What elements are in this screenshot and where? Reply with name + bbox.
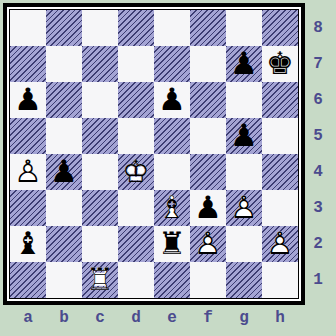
- piece-fill: ♟: [154, 82, 190, 118]
- square-c8[interactable]: [82, 10, 118, 46]
- square-g4[interactable]: [226, 154, 262, 190]
- square-d4[interactable]: ♚♔: [118, 154, 154, 190]
- square-e6[interactable]: ♟: [154, 82, 190, 118]
- square-a1[interactable]: [10, 262, 46, 298]
- piece-outline: ♙: [10, 154, 46, 190]
- square-h2[interactable]: ♟♙: [262, 226, 298, 262]
- white-pawn-piece[interactable]: ♟♙: [226, 190, 262, 226]
- piece-fill: ♟: [226, 46, 262, 82]
- square-g2[interactable]: [226, 226, 262, 262]
- square-c2[interactable]: [82, 226, 118, 262]
- square-b3[interactable]: [46, 190, 82, 226]
- square-b6[interactable]: [46, 82, 82, 118]
- piece-fill: ♟: [46, 154, 82, 190]
- square-a3[interactable]: [10, 190, 46, 226]
- file-label-h: h: [262, 306, 298, 330]
- rank-label-5: 5: [305, 118, 331, 154]
- square-e5[interactable]: [154, 118, 190, 154]
- square-a5[interactable]: [10, 118, 46, 154]
- square-g5[interactable]: ♟: [226, 118, 262, 154]
- square-d5[interactable]: [118, 118, 154, 154]
- square-f2[interactable]: ♟♙: [190, 226, 226, 262]
- white-rook-piece[interactable]: ♜♖: [82, 262, 118, 298]
- piece-fill: ♝: [10, 226, 46, 262]
- rank-label-6: 6: [305, 82, 331, 118]
- file-label-f: f: [190, 306, 226, 330]
- chess-board: ♟♚♟♟♟♟♙♟♚♔♝♗♟♟♙♝♜♟♙♟♙♜♖: [9, 9, 299, 299]
- white-pawn-piece[interactable]: ♟♙: [10, 154, 46, 190]
- chess-board-frame: ♟♚♟♟♟♟♙♟♚♔♝♗♟♟♙♝♜♟♙♟♙♜♖: [3, 3, 305, 305]
- square-f8[interactable]: [190, 10, 226, 46]
- square-a6[interactable]: ♟: [10, 82, 46, 118]
- square-f5[interactable]: [190, 118, 226, 154]
- square-f4[interactable]: [190, 154, 226, 190]
- square-e8[interactable]: [154, 10, 190, 46]
- square-a2[interactable]: ♝: [10, 226, 46, 262]
- rank-label-4: 4: [305, 154, 331, 190]
- black-pawn-piece[interactable]: ♟: [46, 154, 82, 190]
- chess-diagram-page: ♟♚♟♟♟♟♙♟♚♔♝♗♟♟♙♝♜♟♙♟♙♜♖ abcdefgh 8765432…: [0, 0, 336, 336]
- rank-label-7: 7: [305, 46, 331, 82]
- square-h7[interactable]: ♚: [262, 46, 298, 82]
- square-g7[interactable]: ♟: [226, 46, 262, 82]
- piece-outline: ♙: [262, 226, 298, 262]
- black-pawn-piece[interactable]: ♟: [226, 46, 262, 82]
- square-g3[interactable]: ♟♙: [226, 190, 262, 226]
- square-h8[interactable]: [262, 10, 298, 46]
- square-c4[interactable]: [82, 154, 118, 190]
- square-e7[interactable]: [154, 46, 190, 82]
- file-label-b: b: [46, 306, 82, 330]
- square-a8[interactable]: [10, 10, 46, 46]
- square-c1[interactable]: ♜♖: [82, 262, 118, 298]
- piece-outline: ♖: [82, 262, 118, 298]
- square-a4[interactable]: ♟♙: [10, 154, 46, 190]
- square-d6[interactable]: [118, 82, 154, 118]
- square-f6[interactable]: [190, 82, 226, 118]
- white-pawn-piece[interactable]: ♟♙: [262, 226, 298, 262]
- piece-fill: ♚: [262, 46, 298, 82]
- black-pawn-piece[interactable]: ♟: [190, 190, 226, 226]
- file-label-a: a: [10, 306, 46, 330]
- square-h5[interactable]: [262, 118, 298, 154]
- square-b4[interactable]: ♟: [46, 154, 82, 190]
- piece-outline: ♙: [190, 226, 226, 262]
- square-e3[interactable]: ♝♗: [154, 190, 190, 226]
- file-labels-row: abcdefgh: [10, 306, 298, 330]
- square-d3[interactable]: [118, 190, 154, 226]
- square-f7[interactable]: [190, 46, 226, 82]
- square-b5[interactable]: [46, 118, 82, 154]
- square-e1[interactable]: [154, 262, 190, 298]
- white-pawn-piece[interactable]: ♟♙: [190, 226, 226, 262]
- square-a7[interactable]: [10, 46, 46, 82]
- square-f1[interactable]: [190, 262, 226, 298]
- rank-label-3: 3: [305, 190, 331, 226]
- black-pawn-piece[interactable]: ♟: [154, 82, 190, 118]
- piece-fill: ♟: [226, 118, 262, 154]
- square-c6[interactable]: [82, 82, 118, 118]
- square-b7[interactable]: [46, 46, 82, 82]
- piece-fill: ♟: [10, 82, 46, 118]
- square-b1[interactable]: [46, 262, 82, 298]
- square-d8[interactable]: [118, 10, 154, 46]
- square-d7[interactable]: [118, 46, 154, 82]
- square-c5[interactable]: [82, 118, 118, 154]
- black-king-piece[interactable]: ♚: [262, 46, 298, 82]
- black-pawn-piece[interactable]: ♟: [10, 82, 46, 118]
- piece-outline: ♗: [154, 190, 190, 226]
- rank-label-2: 2: [305, 226, 331, 262]
- square-d1[interactable]: [118, 262, 154, 298]
- black-rook-piece[interactable]: ♜: [154, 226, 190, 262]
- rank-label-1: 1: [305, 262, 331, 298]
- file-label-c: c: [82, 306, 118, 330]
- rank-labels-column: 87654321: [305, 10, 331, 298]
- piece-outline: ♙: [226, 190, 262, 226]
- square-b8[interactable]: [46, 10, 82, 46]
- square-h6[interactable]: [262, 82, 298, 118]
- square-d2[interactable]: [118, 226, 154, 262]
- square-h4[interactable]: [262, 154, 298, 190]
- square-e2[interactable]: ♜: [154, 226, 190, 262]
- white-bishop-piece[interactable]: ♝♗: [154, 190, 190, 226]
- rank-label-8: 8: [305, 10, 331, 46]
- file-label-e: e: [154, 306, 190, 330]
- piece-fill: ♜: [154, 226, 190, 262]
- file-label-d: d: [118, 306, 154, 330]
- piece-fill: ♟: [190, 190, 226, 226]
- black-pawn-piece[interactable]: ♟: [226, 118, 262, 154]
- square-h1[interactable]: [262, 262, 298, 298]
- black-bishop-piece[interactable]: ♝: [10, 226, 46, 262]
- square-g6[interactable]: [226, 82, 262, 118]
- square-b2[interactable]: [46, 226, 82, 262]
- square-g1[interactable]: [226, 262, 262, 298]
- square-e4[interactable]: [154, 154, 190, 190]
- square-g8[interactable]: [226, 10, 262, 46]
- square-f3[interactable]: ♟: [190, 190, 226, 226]
- square-c3[interactable]: [82, 190, 118, 226]
- file-label-g: g: [226, 306, 262, 330]
- white-king-piece[interactable]: ♚♔: [118, 154, 154, 190]
- piece-outline: ♔: [118, 154, 154, 190]
- square-h3[interactable]: [262, 190, 298, 226]
- square-c7[interactable]: [82, 46, 118, 82]
